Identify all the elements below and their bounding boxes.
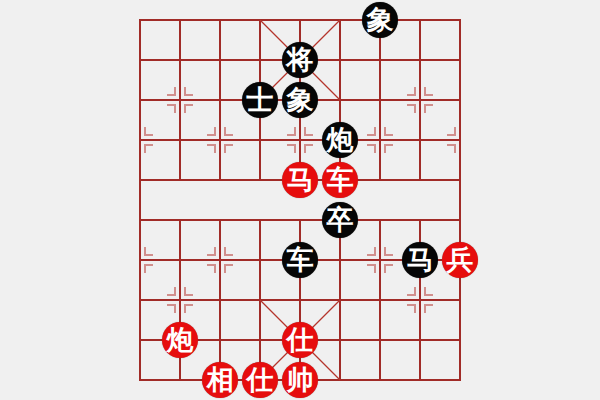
black-elephant[interactable]: 象 — [282, 82, 318, 118]
xiangqi-board: 象将士象炮马车卒车马兵炮仕相仕帅 — [0, 0, 600, 400]
red-advisor[interactable]: 仕 — [242, 362, 278, 398]
red-general[interactable]: 帅 — [282, 362, 318, 398]
red-soldier[interactable]: 兵 — [442, 242, 478, 278]
red-chariot[interactable]: 车 — [322, 162, 358, 198]
pieces-layer: 象将士象炮马车卒车马兵炮仕相仕帅 — [120, 0, 480, 400]
red-cannon[interactable]: 炮 — [162, 322, 198, 358]
black-soldier[interactable]: 卒 — [322, 202, 358, 238]
black-general[interactable]: 将 — [282, 42, 318, 78]
red-advisor[interactable]: 仕 — [282, 322, 318, 358]
black-cannon[interactable]: 炮 — [322, 122, 358, 158]
black-chariot[interactable]: 车 — [282, 242, 318, 278]
red-elephant[interactable]: 相 — [202, 362, 238, 398]
xiangqi-app: 象将士象炮马车卒车马兵炮仕相仕帅 — [0, 0, 600, 400]
black-horse[interactable]: 马 — [402, 242, 438, 278]
red-horse[interactable]: 马 — [282, 162, 318, 198]
black-advisor[interactable]: 士 — [242, 82, 278, 118]
black-elephant[interactable]: 象 — [362, 2, 398, 38]
